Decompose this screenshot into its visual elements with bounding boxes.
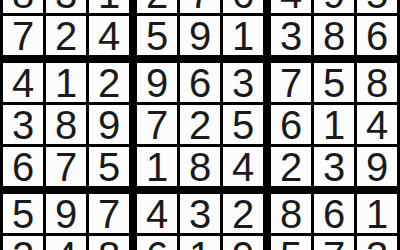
cell-r2c1[interactable]: 8 [3, 0, 46, 16]
cell-r5c9[interactable]: 4 [357, 105, 397, 147]
cell-r5c3[interactable]: 9 [89, 105, 137, 147]
cell-r6c2[interactable]: 7 [46, 147, 89, 194]
cell-r6c1[interactable]: 6 [3, 147, 46, 194]
cell-r8c4[interactable]: 6 [137, 236, 180, 250]
cell-r2c7[interactable]: 4 [271, 0, 314, 16]
cell-r7c3[interactable]: 7 [89, 194, 137, 236]
cell-r5c5[interactable]: 2 [180, 105, 223, 147]
cell-r8c8[interactable]: 7 [314, 236, 357, 250]
cell-r7c6[interactable]: 2 [223, 194, 271, 236]
cell-r5c1[interactable]: 3 [3, 105, 46, 147]
cell-r2c9[interactable]: 5 [357, 0, 397, 16]
cell-r5c7[interactable]: 6 [271, 105, 314, 147]
cell-r3c1[interactable]: 7 [3, 16, 46, 63]
cell-r6c8[interactable]: 3 [314, 147, 357, 194]
sudoku-screenshot: 9563481278312764957245913864129637583897… [0, 0, 400, 250]
cell-r6c9[interactable]: 9 [357, 147, 397, 194]
sudoku-board: 9563481278312764957245913864129637583897… [0, 0, 400, 250]
cell-r3c7[interactable]: 3 [271, 16, 314, 63]
cell-r4c2[interactable]: 1 [46, 63, 89, 105]
cell-r4c3[interactable]: 2 [89, 63, 137, 105]
cell-r4c4[interactable]: 9 [137, 63, 180, 105]
cell-r8c6[interactable]: 9 [223, 236, 271, 250]
cell-r3c9[interactable]: 6 [357, 16, 397, 63]
cell-r2c2[interactable]: 3 [46, 0, 89, 16]
cell-r8c1[interactable]: 2 [3, 236, 46, 250]
cell-r6c4[interactable]: 1 [137, 147, 180, 194]
cell-r8c3[interactable]: 8 [89, 236, 137, 250]
cell-r2c5[interactable]: 7 [180, 0, 223, 16]
cell-r3c3[interactable]: 4 [89, 16, 137, 63]
cell-r4c1[interactable]: 4 [3, 63, 46, 105]
cell-r2c6[interactable]: 6 [223, 0, 271, 16]
cell-r7c5[interactable]: 3 [180, 194, 223, 236]
cell-r8c7[interactable]: 5 [271, 236, 314, 250]
cell-r5c6[interactable]: 5 [223, 105, 271, 147]
cell-r3c4[interactable]: 5 [137, 16, 180, 63]
cell-r2c8[interactable]: 9 [314, 0, 357, 16]
cell-r6c6[interactable]: 4 [223, 147, 271, 194]
cell-r7c2[interactable]: 9 [46, 194, 89, 236]
cell-r7c9[interactable]: 1 [357, 194, 397, 236]
cell-r2c3[interactable]: 1 [89, 0, 137, 16]
cell-r8c9[interactable]: 3 [357, 236, 397, 250]
cell-r4c8[interactable]: 5 [314, 63, 357, 105]
cell-r6c5[interactable]: 8 [180, 147, 223, 194]
cell-r3c5[interactable]: 9 [180, 16, 223, 63]
cell-r8c2[interactable]: 4 [46, 236, 89, 250]
cell-r2c4[interactable]: 2 [137, 0, 180, 16]
cell-r4c6[interactable]: 3 [223, 63, 271, 105]
cell-r3c6[interactable]: 1 [223, 16, 271, 63]
cell-r5c4[interactable]: 7 [137, 105, 180, 147]
cell-r5c8[interactable]: 1 [314, 105, 357, 147]
cell-r6c7[interactable]: 2 [271, 147, 314, 194]
cell-r3c2[interactable]: 2 [46, 16, 89, 63]
cell-r7c7[interactable]: 8 [271, 194, 314, 236]
cell-r4c5[interactable]: 6 [180, 63, 223, 105]
cell-r3c8[interactable]: 8 [314, 16, 357, 63]
cell-r4c9[interactable]: 8 [357, 63, 397, 105]
cell-r7c4[interactable]: 4 [137, 194, 180, 236]
cell-r5c2[interactable]: 8 [46, 105, 89, 147]
cell-r7c8[interactable]: 6 [314, 194, 357, 236]
cell-r4c7[interactable]: 7 [271, 63, 314, 105]
cell-r7c1[interactable]: 5 [3, 194, 46, 236]
cell-r8c5[interactable]: 1 [180, 236, 223, 250]
cell-r6c3[interactable]: 5 [89, 147, 137, 194]
